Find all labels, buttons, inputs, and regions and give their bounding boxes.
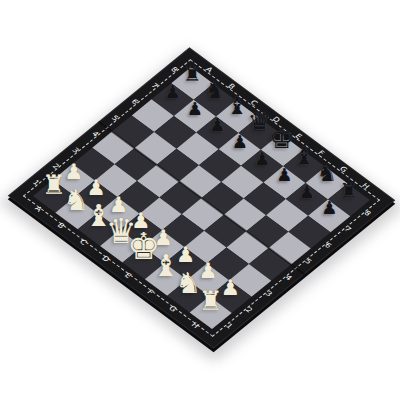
piece-black-pawn-g7[interactable]: ♟: [289, 183, 325, 201]
piece-black-pawn-d7[interactable]: ♟: [222, 133, 258, 151]
piece-black-pawn-e7[interactable]: ♟: [244, 150, 280, 168]
piece-black-pawn-f7[interactable]: ♟: [266, 166, 302, 184]
piece-black-pawn-a7[interactable]: ♟: [155, 83, 191, 101]
piece-white-rook-h1[interactable]: ♜: [193, 288, 229, 315]
piece-black-pawn-h7[interactable]: ♟: [311, 199, 347, 217]
piece-black-pawn-c7[interactable]: ♟: [199, 116, 235, 134]
chess-set-photo: AA11BB22CC33DD44EE55FF66GG77HH88 ♜♞♝♛♚♝♞…: [0, 0, 400, 400]
piece-black-pawn-b7[interactable]: ♟: [177, 100, 213, 118]
